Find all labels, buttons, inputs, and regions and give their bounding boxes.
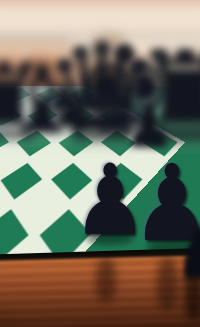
black-pawn-piece-clipped[interactable]: ♟ [156,113,200,308]
pawn-reflection [96,258,116,302]
chess-photo-scene: ♜ ♝ ♞ ♛ ♚ ♟ ♜ ♟ ♟ ♟ [0,0,200,327]
